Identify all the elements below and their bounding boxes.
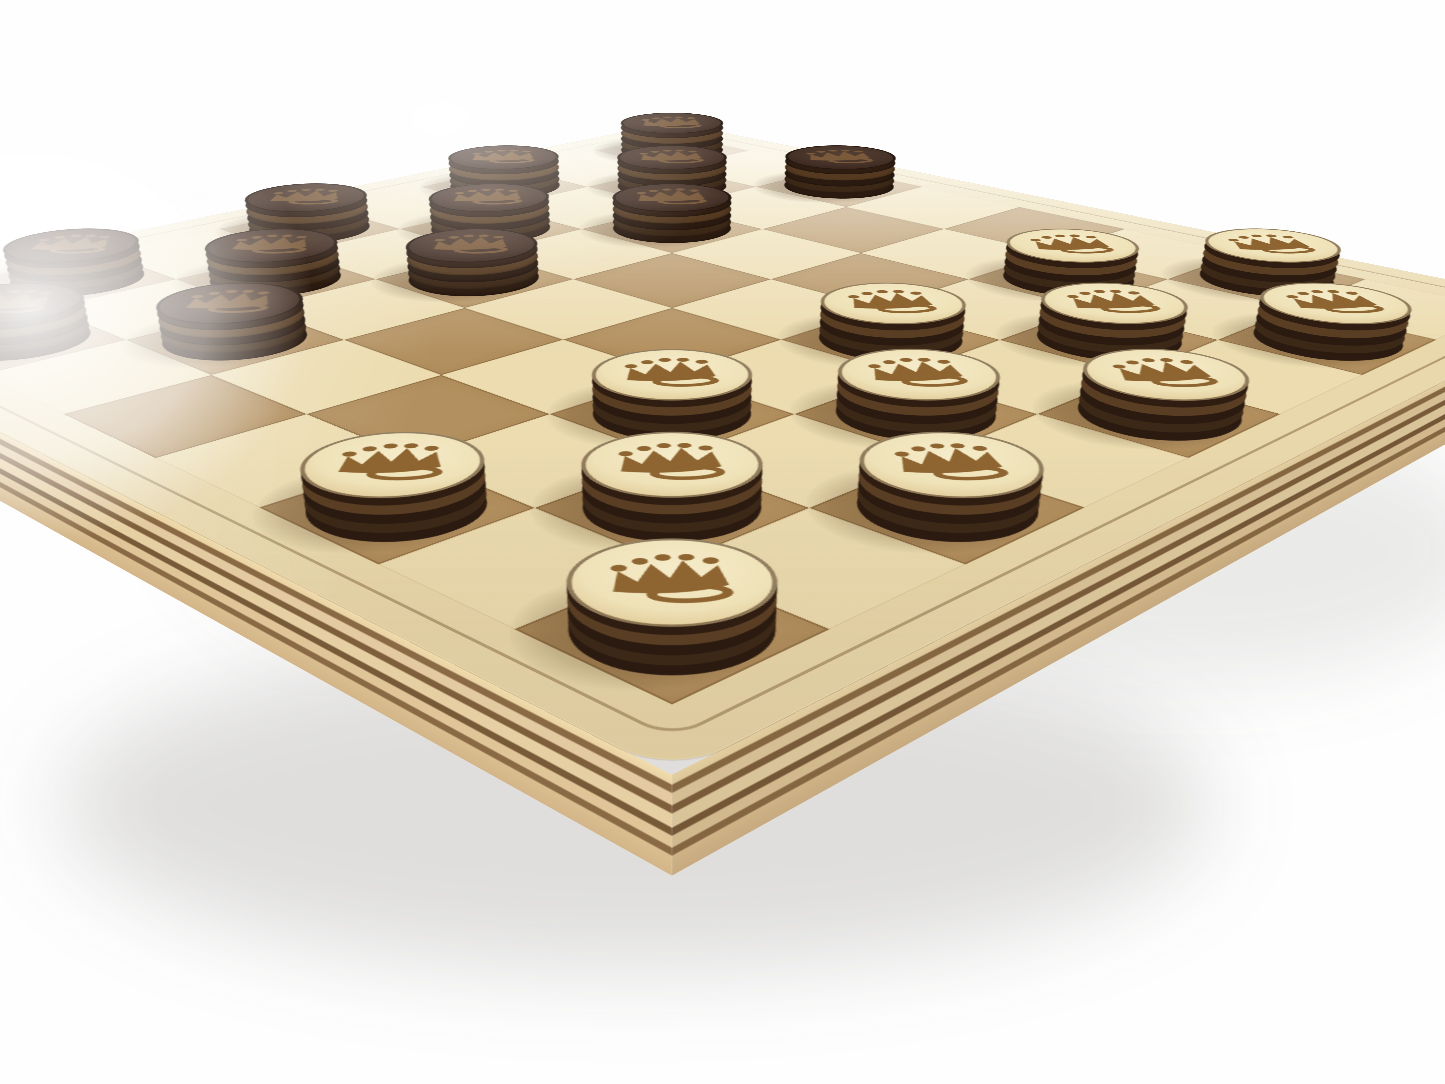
checker-piece-dark[interactable] [135,310,336,372]
crown-engraving-icon [1050,287,1182,319]
crown-engraving-icon [170,287,288,319]
crown-engraving-icon [445,186,533,208]
crown-engraving-icon [1092,354,1242,394]
crown-engraving-icon [852,354,989,394]
checkers-board [0,122,1445,775]
crown-engraving-icon [875,439,1032,491]
checker-piece-light[interactable] [820,462,1073,560]
crown-engraving-icon [796,148,887,167]
crown-engraving-icon [218,232,322,259]
square-d1[interactable] [63,375,306,458]
crown-engraving-icon [593,547,756,615]
crown-engraving-icon [258,186,352,208]
crown-engraving-icon [833,287,955,319]
product-photo-stage: { "game": "checkers", "scene_description… [0,0,1445,1084]
crown-engraving-icon [603,439,745,491]
crown-engraving-icon [626,186,719,208]
crown-engraving-icon [322,439,460,491]
crown-engraving-icon [611,354,736,394]
crown-engraving-icon [464,148,545,167]
crown-engraving-icon [630,148,716,167]
crown-engraving-icon [633,115,712,131]
crown-engraving-icon [1211,232,1337,259]
square-h5[interactable] [1037,375,1280,458]
crown-engraving-icon [423,232,519,259]
board-top-surface [0,122,1445,775]
crown-engraving-icon [1015,232,1133,259]
checker-piece-dark[interactable] [762,169,916,205]
square-h7[interactable] [1218,308,1436,375]
crown-engraving-icon [13,232,127,259]
checker-piece-light[interactable] [527,569,818,698]
crown-engraving-icon [1266,287,1408,319]
